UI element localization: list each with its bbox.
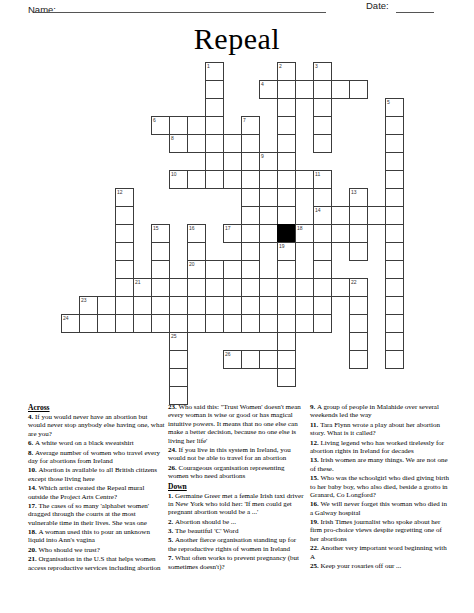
cell-r13-c18[interactable] — [385, 296, 404, 315]
cell-r14-c11[interactable] — [259, 314, 278, 333]
clue-down-16: 16. We will never forget this woman who … — [310, 500, 450, 517]
cell-r3-c10[interactable]: 7 — [241, 116, 260, 135]
cell-r14-c13[interactable] — [295, 314, 314, 333]
clue-number: 23. — [168, 403, 179, 411]
cell-r12-c3[interactable] — [115, 278, 134, 297]
clues-column-3: 9. A group of people in Malahide over se… — [310, 403, 450, 571]
cell-r13-c6[interactable] — [169, 296, 188, 315]
cell-r3-c12[interactable] — [277, 116, 296, 135]
cell-r12-c5[interactable] — [151, 278, 170, 297]
cell-r9-c13[interactable]: 18 — [295, 224, 314, 243]
cell-r12-c16[interactable]: 22 — [349, 278, 368, 297]
cell-number-1: 1 — [207, 63, 210, 69]
cell-number-3: 3 — [315, 63, 318, 69]
cell-r8-c15[interactable] — [331, 206, 350, 225]
cell-r6-c10[interactable] — [241, 170, 260, 189]
cell-number-5: 5 — [387, 99, 390, 105]
cell-r1-c8[interactable] — [205, 80, 224, 99]
cell-r11-c18[interactable] — [385, 260, 404, 279]
cell-r12-c7[interactable] — [187, 278, 206, 297]
clue-down-2: 2. Abortion should be ... — [168, 518, 305, 526]
cell-number-10: 10 — [171, 171, 177, 177]
cell-number-19: 19 — [279, 243, 285, 249]
clue-across-20: 20. Who should we trust? — [28, 546, 166, 554]
cell-r9-c14[interactable] — [313, 224, 332, 243]
clue-number: 2. — [168, 518, 175, 526]
clue-number: 12. — [310, 439, 321, 447]
clue-number: 14. — [28, 484, 39, 492]
cell-r9-c18[interactable] — [385, 224, 404, 243]
crossword-grid: 1234567891011121314151617181920212223242… — [61, 62, 404, 405]
cell-number-15: 15 — [153, 225, 159, 231]
clue-down-19: 19. Irish Times journalist who spoke abo… — [310, 518, 450, 543]
cell-r8-c3[interactable] — [115, 206, 134, 225]
cell-r11-c14[interactable] — [313, 260, 332, 279]
cell-number-26: 26 — [225, 351, 231, 357]
crossword-worksheet: { "game": "crossword", "header": { "name… — [0, 0, 474, 613]
cell-number-8: 8 — [171, 135, 174, 141]
cell-r8-c16[interactable] — [349, 206, 368, 225]
cell-r5-c10[interactable] — [241, 152, 260, 171]
cell-r10-c3[interactable] — [115, 242, 134, 261]
cell-r6-c8[interactable] — [205, 170, 224, 189]
clue-number: 15. — [310, 474, 321, 482]
cell-r2-c14[interactable] — [313, 98, 332, 117]
cell-r4-c12[interactable] — [277, 134, 296, 153]
cell-r14-c2[interactable] — [97, 314, 116, 333]
cell-r3-c6[interactable] — [169, 116, 188, 135]
clue-number: 3. — [168, 527, 175, 535]
clue-number: 11. — [310, 421, 320, 429]
cell-number-7: 7 — [243, 117, 246, 123]
cell-r11-c7[interactable]: 20 — [187, 260, 206, 279]
cell-r10-c16[interactable] — [349, 242, 368, 261]
cell-number-11: 11 — [315, 171, 320, 177]
cell-r1-c13[interactable] — [295, 80, 314, 99]
cell-r12-c6[interactable] — [169, 278, 188, 297]
clue-down-9: 9. A group of people in Malahide over se… — [310, 403, 450, 420]
cell-r16-c10[interactable] — [241, 350, 260, 369]
cell-r13-c10[interactable] — [241, 296, 260, 315]
down-header: Down — [168, 482, 305, 491]
clue-number: 7. — [168, 554, 175, 562]
clue-number: 6. — [28, 439, 35, 447]
clue-down-25: 25. Keep your rosaries off our ... — [310, 562, 450, 570]
cell-r13-c2[interactable] — [97, 296, 116, 315]
clue-number: 13. — [310, 456, 321, 464]
cell-r13-c5[interactable] — [151, 296, 170, 315]
cell-number-6: 6 — [153, 117, 156, 123]
cell-r5-c18[interactable] — [385, 152, 404, 171]
cell-r4-c8[interactable] — [205, 134, 224, 153]
cell-r2-c8[interactable] — [205, 98, 224, 117]
cell-r6-c12[interactable] — [277, 170, 296, 189]
cell-r14-c1[interactable] — [79, 314, 98, 333]
clue-number: 25. — [310, 562, 321, 570]
clue-number: 21. — [28, 555, 39, 563]
clue-across-4: 4. If you would never have an abortion b… — [28, 413, 166, 438]
cell-number-13: 13 — [351, 189, 357, 195]
clue-number: 9. — [310, 403, 317, 411]
cell-r6-c6[interactable]: 10 — [169, 170, 188, 189]
cell-r9-c9[interactable]: 17 — [223, 224, 242, 243]
cell-r5-c12[interactable] — [277, 152, 296, 171]
cell-r14-c8[interactable] — [205, 314, 224, 333]
cell-r7-c12[interactable] — [277, 188, 296, 207]
cell-r14-c4[interactable] — [133, 314, 152, 333]
cell-r7-c18[interactable] — [385, 188, 404, 207]
cell-number-23: 23 — [81, 297, 87, 303]
cell-r3-c8[interactable] — [205, 116, 224, 135]
clue-number: 22. — [310, 544, 321, 552]
cell-r1-c12[interactable] — [277, 80, 296, 99]
cell-number-25: 25 — [171, 333, 177, 339]
cell-r16-c9[interactable]: 26 — [223, 350, 242, 369]
clue-number: 19. — [310, 518, 321, 526]
clue-number: 18. — [28, 528, 39, 536]
cell-r9-c15[interactable] — [331, 224, 350, 243]
cell-r13-c3[interactable] — [115, 296, 134, 315]
clue-across-14: 14. Which artist created the Repeal mura… — [28, 484, 166, 501]
cell-r3-c14[interactable] — [313, 116, 332, 135]
cell-r8-c14[interactable]: 14 — [313, 206, 332, 225]
cell-r7-c10[interactable] — [241, 188, 260, 207]
cell-r6-c7[interactable] — [187, 170, 206, 189]
cell-r12-c8[interactable] — [205, 278, 224, 297]
cell-r12-c15[interactable] — [331, 278, 350, 297]
cell-r14-c10[interactable] — [241, 314, 260, 333]
cell-r1-c11[interactable]: 4 — [259, 80, 278, 99]
black-cell — [277, 224, 296, 243]
cell-r2-c12[interactable] — [277, 98, 296, 117]
clue-down-3: 3. The beautiful 'C' Word — [168, 527, 305, 535]
cell-r1-c15[interactable] — [331, 80, 350, 99]
cell-r3-c7[interactable] — [187, 116, 206, 135]
clue-across-8: 8. Average number of women who travel ev… — [28, 449, 166, 466]
cell-r15-c16[interactable] — [349, 332, 368, 351]
cell-r13-c7[interactable] — [187, 296, 206, 315]
cell-r10-c5[interactable] — [151, 242, 170, 261]
cell-r7-c16[interactable]: 13 — [349, 188, 368, 207]
clue-number: 10. — [28, 466, 39, 474]
clue-number: 16. — [310, 500, 321, 508]
cell-r0-c12[interactable]: 2 — [277, 62, 296, 81]
clue-number: 24. — [168, 446, 179, 454]
clue-down-13: 13. Irish women are many things. We are … — [310, 456, 450, 473]
clue-down-7: 7. What often works to prevent pregnancy… — [168, 554, 305, 571]
cell-number-24: 24 — [63, 315, 69, 321]
cell-r14-c3[interactable] — [115, 314, 134, 333]
cell-r14-c14[interactable] — [313, 314, 332, 333]
cell-r1-c14[interactable] — [313, 80, 332, 99]
cell-r2-c18[interactable]: 5 — [385, 98, 404, 117]
cell-number-21: 21 — [135, 279, 141, 285]
cell-r9-c10[interactable] — [241, 224, 260, 243]
cell-r11-c9[interactable] — [223, 260, 242, 279]
clue-across-18: 18. A woman used this to pour an unknown… — [28, 528, 166, 545]
cell-r9-c7[interactable]: 16 — [187, 224, 206, 243]
cell-r11-c5[interactable] — [151, 260, 170, 279]
cell-r6-c11[interactable] — [259, 170, 278, 189]
cell-r14-c16[interactable] — [349, 314, 368, 333]
cell-number-14: 14 — [315, 207, 321, 213]
cell-r10-c14[interactable] — [313, 242, 332, 261]
cell-r8-c17[interactable] — [367, 206, 386, 225]
cell-r8-c18[interactable] — [385, 206, 404, 225]
cell-r14-c7[interactable] — [187, 314, 206, 333]
cell-r15-c6[interactable]: 25 — [169, 332, 188, 351]
cell-r7-c11[interactable] — [259, 188, 278, 207]
cell-number-17: 17 — [225, 225, 231, 231]
cell-r4-c10[interactable] — [241, 134, 260, 153]
puzzle-title: Repeal — [0, 22, 474, 56]
cell-r13-c1[interactable]: 23 — [79, 296, 98, 315]
cell-r17-c12[interactable] — [277, 368, 296, 387]
cell-r14-c5[interactable] — [151, 314, 170, 333]
cell-r4-c18[interactable] — [385, 134, 404, 153]
name-fill-line[interactable] — [34, 11, 326, 13]
cell-r13-c8[interactable] — [205, 296, 224, 315]
cell-number-22: 22 — [351, 279, 357, 285]
clue-down-15: 15. Who was the schoolgirl who died givi… — [310, 474, 450, 499]
clue-number: 26. — [168, 464, 179, 472]
cell-r11-c3[interactable] — [115, 260, 134, 279]
clue-number: 8. — [28, 449, 35, 457]
cell-r6-c18[interactable] — [385, 170, 404, 189]
cell-r11-c8[interactable] — [205, 260, 224, 279]
cell-r11-c10[interactable] — [241, 260, 260, 279]
cell-number-16: 16 — [189, 225, 195, 231]
cell-r16-c11[interactable] — [259, 350, 278, 369]
cell-r0-c14[interactable]: 3 — [313, 62, 332, 81]
clue-number: 4. — [28, 413, 35, 421]
cell-r12-c11[interactable] — [259, 278, 278, 297]
cell-number-12: 12 — [117, 189, 123, 195]
cell-r14-c18[interactable] — [385, 314, 404, 333]
cell-r6-c14[interactable]: 11 — [313, 170, 332, 189]
cell-r12-c9[interactable] — [223, 278, 242, 297]
cell-number-20: 20 — [189, 261, 195, 267]
cell-r15-c18[interactable] — [385, 332, 404, 351]
cell-r13-c16[interactable] — [349, 296, 368, 315]
date-fill-line[interactable] — [396, 11, 434, 13]
clue-across-10: 10. Abortion is available to all British… — [28, 466, 166, 483]
clue-across-17: 17. The cases of so many 'alphabet women… — [28, 502, 166, 527]
cell-r9-c3[interactable] — [115, 224, 134, 243]
cell-r14-c0[interactable]: 24 — [61, 314, 80, 333]
cell-r13-c12[interactable] — [277, 296, 296, 315]
cell-r4-c14[interactable] — [313, 134, 332, 153]
cell-r16-c18[interactable] — [385, 350, 404, 369]
cell-r10-c12[interactable]: 19 — [277, 242, 296, 261]
clue-number: 17. — [28, 502, 39, 510]
cell-r13-c14[interactable] — [313, 296, 332, 315]
cell-r17-c6[interactable] — [169, 368, 188, 387]
cell-number-4: 4 — [261, 81, 264, 87]
cell-number-2: 2 — [279, 63, 282, 69]
cell-r8-c12[interactable] — [277, 206, 296, 225]
clue-down-11: 11. Tara Flynn wrote a play about her ab… — [310, 421, 450, 438]
cell-r4-c9[interactable] — [223, 134, 242, 153]
cell-r9-c5[interactable]: 15 — [151, 224, 170, 243]
across-header: Across — [28, 403, 166, 412]
clue-down-12: 12. Living legend who has worked tireles… — [310, 439, 450, 456]
clue-number: 1. — [168, 492, 175, 500]
clues-column-1: Across4. If you would never have an abor… — [28, 403, 166, 573]
cell-r1-c16[interactable] — [349, 80, 368, 99]
clue-across-26: 26. Courageous organisation representing… — [168, 464, 305, 481]
clue-down-1: 1. Germaine Greer met a female Irish tax… — [168, 492, 305, 517]
clue-down-22: 22. Another very important word beginnin… — [310, 544, 450, 561]
clue-down-5: 5. Another fierce organisation standing … — [168, 536, 305, 553]
clue-across-23: 23. Who said this: "Trust Women' doesn't… — [168, 403, 305, 445]
cell-r3-c5[interactable]: 6 — [151, 116, 170, 135]
cell-r6-c13[interactable] — [295, 170, 314, 189]
cell-r11-c12[interactable] — [277, 260, 296, 279]
cell-r16-c16[interactable] — [349, 350, 368, 369]
cell-r15-c12[interactable] — [277, 332, 296, 351]
cell-r6-c9[interactable] — [223, 170, 242, 189]
cell-r10-c18[interactable] — [385, 242, 404, 261]
cell-r7-c14[interactable] — [313, 188, 332, 207]
cell-r16-c12[interactable] — [277, 350, 296, 369]
cell-r10-c7[interactable] — [187, 242, 206, 261]
cell-number-9: 9 — [261, 153, 264, 159]
cell-r14-c6[interactable] — [169, 314, 188, 333]
cell-r5-c11[interactable]: 9 — [259, 152, 278, 171]
clue-number: 5. — [168, 536, 175, 544]
cell-r13-c4[interactable] — [133, 296, 152, 315]
cell-r16-c6[interactable] — [169, 350, 188, 369]
cell-r14-c12[interactable] — [277, 314, 296, 333]
cell-r9-c11[interactable] — [259, 224, 278, 243]
clues-column-2: 23. Who said this: "Trust Women' doesn't… — [168, 403, 305, 572]
cell-r12-c18[interactable] — [385, 278, 404, 297]
cell-r12-c12[interactable] — [277, 278, 296, 297]
cell-r4-c7[interactable] — [187, 134, 206, 153]
clue-across-6: 6. A white word on a black sweatshirt — [28, 439, 166, 447]
cell-r12-c10[interactable] — [241, 278, 260, 297]
clue-across-21: 21. Organisation in the U.S that helps w… — [28, 555, 166, 572]
cell-r12-c14[interactable] — [313, 278, 332, 297]
cell-r5-c8[interactable] — [205, 152, 224, 171]
cell-r0-c8[interactable]: 1 — [205, 62, 224, 81]
cell-r8-c10[interactable] — [241, 206, 260, 225]
cell-r7-c3[interactable]: 12 — [115, 188, 134, 207]
cell-r3-c18[interactable] — [385, 116, 404, 135]
cell-r12-c4[interactable]: 21 — [133, 278, 152, 297]
cell-r9-c16[interactable] — [349, 224, 368, 243]
clue-across-24: 24. If you live in this system in Irelan… — [168, 446, 305, 463]
name-label: Name: — [28, 4, 56, 15]
cell-r14-c9[interactable] — [223, 314, 242, 333]
cell-r4-c6[interactable]: 8 — [169, 134, 188, 153]
cell-r12-c13[interactable] — [295, 278, 314, 297]
cell-r10-c10[interactable] — [241, 242, 260, 261]
clue-number: 20. — [28, 546, 39, 554]
cell-number-18: 18 — [297, 225, 303, 231]
